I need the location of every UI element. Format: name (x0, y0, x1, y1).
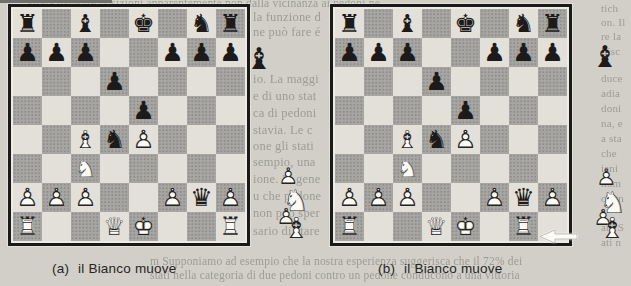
square-b-d8 (422, 9, 451, 38)
square-a-e3 (129, 154, 158, 183)
square-a-f4 (158, 125, 187, 154)
square-b-d1: ♛♕ (422, 212, 451, 241)
square-b-g1: ♜♖ (509, 212, 538, 241)
square-b-b4 (364, 125, 393, 154)
square-a-g7: ♟ (187, 38, 216, 67)
square-b-a4 (335, 125, 364, 154)
black-pawn: ♟ (42, 38, 71, 67)
white-pawn: ♙ (538, 183, 567, 212)
square-a-h7: ♟ (216, 38, 245, 67)
bleed-text-fragment: one gli stati (253, 139, 314, 154)
white-bishop-figurine: ♝♗ (599, 214, 625, 243)
square-b-h5 (538, 96, 567, 125)
square-b-c1 (393, 212, 422, 241)
caption-a-label: (a) (52, 261, 69, 276)
square-b-c6 (393, 67, 422, 96)
square-b-f7: ♟ (480, 38, 509, 67)
square-a-a2: ♟♙ (13, 183, 42, 212)
square-a-f3 (158, 154, 187, 183)
caption-a-text: il Bianco muove (78, 261, 176, 276)
white-rook: ♖ (216, 212, 245, 241)
black-bishop: ♝ (393, 9, 422, 38)
square-b-f5 (480, 96, 509, 125)
black-rook: ♜ (13, 9, 42, 38)
bleed-text-fragment: na, e (601, 117, 623, 129)
white-queen: ♕ (422, 212, 451, 241)
square-b-g3 (509, 154, 538, 183)
square-b-f4 (480, 125, 509, 154)
black-pawn: ♟ (187, 38, 216, 67)
black-knight: ♞ (187, 9, 216, 38)
chess-board-a-grid: ♜♝♚♞♜♟♟♟♟♟♟♟♟♝♗♞♟♙♞♘♟♙♟♙♟♙♟♙♛♟♙♜♖♛♕♚♔♜♖ (13, 9, 245, 241)
square-a-c6 (71, 67, 100, 96)
square-b-d6: ♟ (422, 67, 451, 96)
square-a-f6 (158, 67, 187, 96)
square-b-h3 (538, 154, 567, 183)
bleed-text-fragment: e di uno stat (253, 89, 316, 104)
white-pawn: ♙ (129, 125, 158, 154)
square-b-b8 (364, 9, 393, 38)
bleed-text-fragment: on. Il (601, 16, 625, 28)
square-b-h4 (538, 125, 567, 154)
bleed-text-fragment: doni (601, 102, 621, 114)
black-queen: ♛ (187, 183, 216, 212)
square-a-a8: ♜ (13, 9, 42, 38)
square-b-e6 (451, 67, 480, 96)
caption-b-label: (b) (378, 261, 395, 276)
square-b-b5 (364, 96, 393, 125)
square-a-h5 (216, 96, 245, 125)
square-a-b3 (42, 154, 71, 183)
move-arrow-icon (540, 230, 577, 243)
square-a-d3 (100, 154, 129, 183)
white-pawn: ♙ (71, 183, 100, 212)
black-knight: ♞ (509, 9, 538, 38)
square-a-h2: ♟♙ (216, 183, 245, 212)
square-b-b2: ♟♙ (364, 183, 393, 212)
square-a-d8 (100, 9, 129, 38)
square-b-e3 (451, 154, 480, 183)
black-pawn: ♟ (509, 38, 538, 67)
white-king: ♔ (129, 212, 158, 241)
white-pawn: ♙ (216, 183, 245, 212)
square-a-c5 (71, 96, 100, 125)
square-b-a1: ♜♖ (335, 212, 364, 241)
square-a-h3 (216, 154, 245, 183)
white-queen: ♕ (100, 212, 129, 241)
white-pawn: ♙ (158, 183, 187, 212)
black-pawn: ♟ (480, 38, 509, 67)
chess-board-b-grid: ♜♝♚♞♜♟♟♟♟♟♟♟♟♝♗♞♟♙♞♘♟♙♟♙♟♙♟♙♛♟♙♜♖♛♕♚♔♜♖ (335, 9, 567, 241)
square-b-c2: ♟♙ (393, 183, 422, 212)
black-knight: ♞ (422, 125, 451, 154)
square-a-g6 (187, 67, 216, 96)
square-b-f3 (480, 154, 509, 183)
white-knight: ♘ (71, 154, 100, 183)
square-b-b6 (364, 67, 393, 96)
black-pawn: ♟ (13, 38, 42, 67)
black-pawn: ♟ (364, 38, 393, 67)
square-a-g1 (187, 212, 216, 241)
square-a-a6 (13, 67, 42, 96)
bleed-text-fragment: tich (601, 2, 618, 14)
square-a-b2: ♟♙ (42, 183, 71, 212)
square-a-h4 (216, 125, 245, 154)
white-pawn: ♙ (364, 183, 393, 212)
bleed-text-fragment: che (601, 147, 617, 159)
black-pawn: ♟ (393, 38, 422, 67)
black-pawn: ♟ (129, 96, 158, 125)
square-b-e4: ♟♙ (451, 125, 480, 154)
square-a-g5 (187, 96, 216, 125)
white-rook: ♖ (509, 212, 538, 241)
square-a-e6 (129, 67, 158, 96)
black-pawn: ♟ (335, 38, 364, 67)
square-a-a7: ♟ (13, 38, 42, 67)
white-bishop-figurine: ♝♗ (283, 214, 309, 243)
square-b-c4: ♝♗ (393, 125, 422, 154)
square-b-a6 (335, 67, 364, 96)
square-b-a7: ♟ (335, 38, 364, 67)
square-a-c2: ♟♙ (71, 183, 100, 212)
square-a-g2: ♛ (187, 183, 216, 212)
square-a-h6 (216, 67, 245, 96)
square-b-f8 (480, 9, 509, 38)
square-a-e2 (129, 183, 158, 212)
white-pawn: ♙ (335, 183, 364, 212)
chess-board-a: ♜♝♚♞♜♟♟♟♟♟♟♟♟♝♗♞♟♙♞♘♟♙♟♙♟♙♟♙♛♟♙♜♖♛♕♚♔♜♖ (8, 4, 250, 246)
square-a-c7: ♟ (71, 38, 100, 67)
black-rook: ♜ (216, 9, 245, 38)
bleed-text-fragment: adia (601, 87, 620, 99)
square-b-e1: ♚♔ (451, 212, 480, 241)
caption-b: (b)il Bianco muove (378, 261, 502, 276)
white-pawn: ♙ (451, 125, 480, 154)
black-knight: ♞ (100, 125, 129, 154)
chess-board-b: ♜♝♚♞♜♟♟♟♟♟♟♟♟♝♗♞♟♙♞♘♟♙♟♙♟♙♟♙♛♟♙♜♖♛♕♚♔♜♖ (330, 4, 572, 246)
square-a-e7 (129, 38, 158, 67)
square-b-f1 (480, 212, 509, 241)
square-a-b8 (42, 9, 71, 38)
square-b-d2 (422, 183, 451, 212)
square-a-g3 (187, 154, 216, 183)
square-a-b5 (42, 96, 71, 125)
black-pawn: ♟ (538, 38, 567, 67)
square-b-a8: ♜ (335, 9, 364, 38)
square-b-f6 (480, 67, 509, 96)
square-a-f5 (158, 96, 187, 125)
square-b-g8: ♞ (509, 9, 538, 38)
white-pawn: ♙ (480, 183, 509, 212)
square-a-c4: ♝♗ (71, 125, 100, 154)
square-a-a3 (13, 154, 42, 183)
square-a-b1 (42, 212, 71, 241)
black-pawn: ♟ (71, 38, 100, 67)
square-b-b1 (364, 212, 393, 241)
square-b-e5: ♟ (451, 96, 480, 125)
square-a-f8 (158, 9, 187, 38)
square-b-b7: ♟ (364, 38, 393, 67)
square-b-a2: ♟♙ (335, 183, 364, 212)
square-a-e4: ♟♙ (129, 125, 158, 154)
square-a-f1 (158, 212, 187, 241)
white-pawn: ♙ (13, 183, 42, 212)
black-king: ♚ (129, 9, 158, 38)
square-b-g6 (509, 67, 538, 96)
white-rook: ♖ (13, 212, 42, 241)
square-b-d4: ♞ (422, 125, 451, 154)
caption-a: (a)il Bianco muove (52, 261, 176, 276)
black-pawn: ♟ (216, 38, 245, 67)
black-pawn: ♟ (422, 67, 451, 96)
square-b-c8: ♝ (393, 9, 422, 38)
square-a-d7 (100, 38, 129, 67)
square-a-g4 (187, 125, 216, 154)
white-bishop: ♗ (71, 125, 100, 154)
square-a-d5 (100, 96, 129, 125)
square-a-g8: ♞ (187, 9, 216, 38)
bleed-text-fragment: a sta (601, 132, 622, 144)
square-a-c1 (71, 212, 100, 241)
bleed-text-fragment: la funzione d (253, 10, 321, 25)
square-a-b4 (42, 125, 71, 154)
black-pawn: ♟ (100, 67, 129, 96)
square-b-h6 (538, 67, 567, 96)
square-b-h8: ♜ (538, 9, 567, 38)
square-b-c5 (393, 96, 422, 125)
square-b-c7: ♟ (393, 38, 422, 67)
square-a-b6 (42, 67, 71, 96)
square-b-d7 (422, 38, 451, 67)
square-b-f2: ♟♙ (480, 183, 509, 212)
square-b-g7: ♟ (509, 38, 538, 67)
square-a-a5 (13, 96, 42, 125)
square-a-h1: ♜♖ (216, 212, 245, 241)
scanned-book-page: strata dalle tre posizioni apparentement… (0, 0, 631, 286)
black-bishop-figurine: ♝ (592, 42, 619, 72)
white-bishop: ♗ (393, 125, 422, 154)
square-b-c3: ♞♘ (393, 154, 422, 183)
square-a-c3: ♞♘ (71, 154, 100, 183)
square-b-g4 (509, 125, 538, 154)
bleed-text-fragment: stavia. Le c (253, 123, 313, 138)
black-rook: ♜ (538, 9, 567, 38)
square-b-h2: ♟♙ (538, 183, 567, 212)
black-bishop: ♝ (71, 9, 100, 38)
square-a-e5: ♟ (129, 96, 158, 125)
white-rook: ♖ (335, 212, 364, 241)
square-b-b3 (364, 154, 393, 183)
square-b-e7 (451, 38, 480, 67)
square-b-d3 (422, 154, 451, 183)
square-b-e8: ♚ (451, 9, 480, 38)
black-bishop-figurine: ♝ (246, 44, 273, 74)
black-king: ♚ (451, 9, 480, 38)
black-rook: ♜ (335, 9, 364, 38)
square-b-e2 (451, 183, 480, 212)
square-a-e8: ♚ (129, 9, 158, 38)
black-queen: ♛ (509, 183, 538, 212)
square-a-f2: ♟♙ (158, 183, 187, 212)
square-a-d4: ♞ (100, 125, 129, 154)
square-b-g2: ♛ (509, 183, 538, 212)
square-a-d1: ♛♕ (100, 212, 129, 241)
caption-b-text: il Bianco muove (404, 261, 502, 276)
square-b-a3 (335, 154, 364, 183)
square-b-a5 (335, 96, 364, 125)
bleed-text-fragment: ca di pedoni (253, 106, 317, 121)
bleed-text-fragment: ne può fare é (253, 25, 321, 40)
square-a-d6: ♟ (100, 67, 129, 96)
white-knight: ♘ (393, 154, 422, 183)
square-b-d5 (422, 96, 451, 125)
square-a-d2 (100, 183, 129, 212)
white-king: ♔ (451, 212, 480, 241)
square-a-e1: ♚♔ (129, 212, 158, 241)
square-a-f7: ♟ (158, 38, 187, 67)
square-a-a4 (13, 125, 42, 154)
square-b-g5 (509, 96, 538, 125)
square-a-h8: ♜ (216, 9, 245, 38)
square-b-h7: ♟ (538, 38, 567, 67)
white-pawn: ♙ (393, 183, 422, 212)
white-pawn: ♙ (42, 183, 71, 212)
black-pawn: ♟ (451, 96, 480, 125)
black-pawn: ♟ (158, 38, 187, 67)
square-a-b7: ♟ (42, 38, 71, 67)
square-a-a1: ♜♖ (13, 212, 42, 241)
square-a-c8: ♝ (71, 9, 100, 38)
